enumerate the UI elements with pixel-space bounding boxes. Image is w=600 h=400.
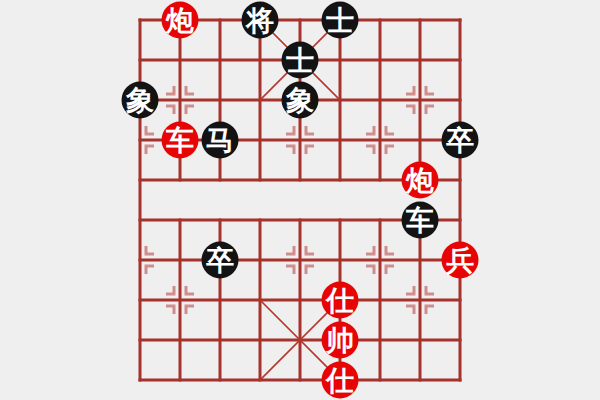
- piece-black-horse[interactable]: 马: [202, 122, 239, 159]
- piece-red-cannon[interactable]: 炮: [162, 2, 199, 39]
- piece-black-chariot[interactable]: 车: [402, 202, 439, 239]
- piece-black-soldier[interactable]: 卒: [202, 242, 239, 279]
- piece-red-soldier[interactable]: 兵: [442, 242, 479, 279]
- piece-red-chariot[interactable]: 车: [162, 122, 199, 159]
- piece-black-soldier[interactable]: 卒: [442, 122, 479, 159]
- piece-red-advisor[interactable]: 仕: [322, 282, 359, 319]
- piece-black-elephant[interactable]: 象: [282, 82, 319, 119]
- piece-black-advisor[interactable]: 士: [322, 2, 359, 39]
- piece-red-advisor[interactable]: 仕: [322, 362, 359, 399]
- piece-black-elephant[interactable]: 象: [122, 82, 159, 119]
- piece-black-general[interactable]: 将: [242, 2, 279, 39]
- piece-red-cannon[interactable]: 炮: [402, 162, 439, 199]
- xiangqi-board[interactable]: 炮将士士象象车马卒炮车卒兵仕帅仕: [0, 0, 600, 400]
- piece-black-advisor[interactable]: 士: [282, 42, 319, 79]
- piece-red-general[interactable]: 帅: [322, 322, 359, 359]
- app-background: 炮将士士象象车马卒炮车卒兵仕帅仕: [0, 0, 600, 400]
- pieces-layer: 炮将士士象象车马卒炮车卒兵仕帅仕: [0, 0, 600, 400]
